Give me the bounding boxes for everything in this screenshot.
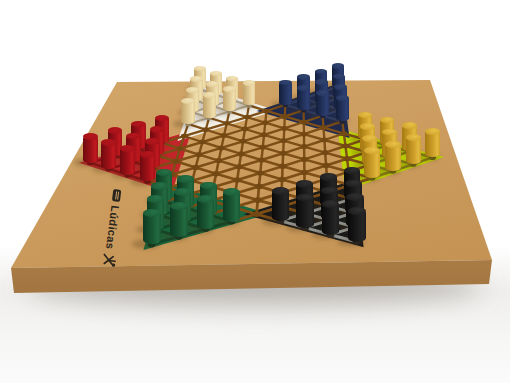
peg-black[interactable] xyxy=(322,200,340,235)
peg-blue[interactable] xyxy=(316,90,329,116)
peg-green[interactable] xyxy=(223,188,240,222)
peg-blue[interactable] xyxy=(336,95,350,122)
person-star-icon xyxy=(101,253,118,270)
peg-red[interactable] xyxy=(101,139,116,169)
peg-red[interactable] xyxy=(140,151,156,182)
peg-yellow[interactable] xyxy=(406,134,421,164)
pegs-layer xyxy=(0,0,510,383)
peg-natural[interactable] xyxy=(181,98,195,125)
peg-natural[interactable] xyxy=(243,80,256,105)
peg-blue[interactable] xyxy=(297,85,310,111)
peg-green[interactable] xyxy=(143,209,161,244)
brand-mark-icon xyxy=(112,189,121,202)
peg-natural[interactable] xyxy=(203,92,216,118)
peg-blue[interactable] xyxy=(279,80,292,105)
peg-yellow[interactable] xyxy=(425,128,440,157)
product-photo: Lúdicas xyxy=(0,0,510,383)
peg-yellow[interactable] xyxy=(385,141,401,171)
peg-black[interactable] xyxy=(272,187,289,221)
peg-green[interactable] xyxy=(197,195,215,229)
peg-red[interactable] xyxy=(120,145,136,175)
peg-black[interactable] xyxy=(348,207,366,242)
peg-natural[interactable] xyxy=(223,86,236,112)
peg-red[interactable] xyxy=(83,133,98,162)
peg-green[interactable] xyxy=(170,202,188,237)
peg-black[interactable] xyxy=(296,194,314,228)
peg-yellow[interactable] xyxy=(364,147,380,178)
